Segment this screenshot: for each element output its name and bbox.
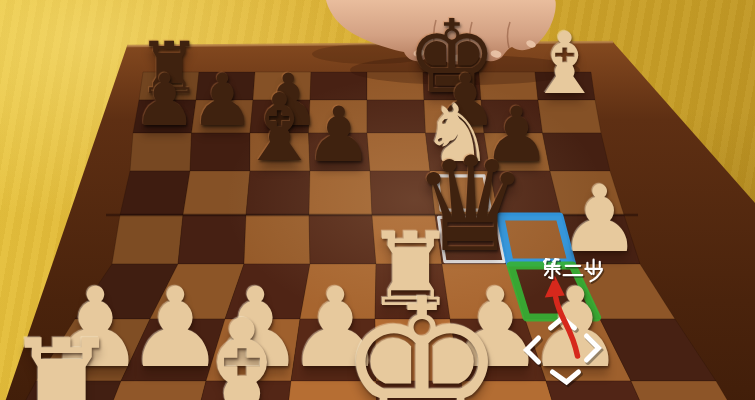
piece-white-pawn-g2[interactable]: ♟ — [526, 273, 625, 383]
piece-white-rook-a1[interactable]: ♜ — [3, 322, 122, 400]
square-a4[interactable] — [112, 215, 183, 264]
piece-black-pawn-d6[interactable]: ♟ — [305, 97, 373, 173]
step-label-strokes — [543, 258, 607, 284]
piece-black-pawn-a7[interactable]: ♟ — [133, 64, 198, 136]
piece-white-pawn-h4[interactable]: ♟ — [559, 174, 641, 266]
square-a5[interactable] — [120, 171, 190, 215]
piece-white-king-e1[interactable]: ♚ — [338, 274, 507, 400]
step-label: 第二步 — [543, 258, 607, 284]
piece-white-bishop-c1[interactable]: ♝ — [171, 300, 313, 400]
chess-scene: ♜♟♟♟♝♟♚♟♟♛♝♞♟♜♟♟♟♟♟♟♜♝♚ 第二步 — [0, 0, 755, 400]
